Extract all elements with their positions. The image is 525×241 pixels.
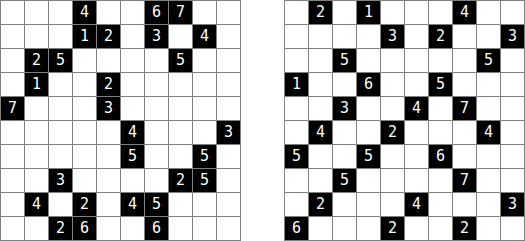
clue-cell-r9c4[interactable]: 2 (381, 217, 405, 241)
empty-cell-r4c1[interactable] (309, 97, 333, 121)
empty-cell-r0c4[interactable] (97, 1, 121, 25)
empty-cell-r6c2[interactable] (49, 145, 73, 169)
empty-cell-r4c9[interactable] (217, 97, 241, 121)
empty-cell-r6c2[interactable] (333, 145, 357, 169)
clue-cell-r3c4[interactable]: 2 (97, 73, 121, 97)
empty-cell-r6c1[interactable] (25, 145, 49, 169)
empty-cell-r7c1[interactable] (25, 169, 49, 193)
clue-cell-r8c1[interactable]: 4 (25, 193, 49, 217)
clue-cell-r8c5[interactable]: 4 (121, 193, 145, 217)
empty-cell-r7c9[interactable] (217, 169, 241, 193)
empty-cell-r5c1[interactable] (25, 121, 49, 145)
empty-cell-r5c2[interactable] (49, 121, 73, 145)
clue-cell-r4c4[interactable]: 3 (97, 97, 121, 121)
empty-cell-r7c1[interactable] (309, 169, 333, 193)
empty-cell-r2c4[interactable] (97, 49, 121, 73)
empty-cell-r5c8[interactable] (193, 121, 217, 145)
clue-cell-r8c1[interactable]: 2 (309, 193, 333, 217)
empty-cell-r8c9[interactable] (217, 193, 241, 217)
clue-cell-r1c4[interactable]: 2 (97, 25, 121, 49)
empty-cell-r4c3[interactable] (73, 97, 97, 121)
clue-cell-r5c5[interactable]: 4 (121, 121, 145, 145)
clue-cell-r9c3[interactable]: 6 (73, 217, 97, 241)
clue-cell-r0c7[interactable]: 7 (169, 1, 193, 25)
empty-cell-r9c1[interactable] (25, 217, 49, 241)
empty-cell-r0c8[interactable] (477, 1, 501, 25)
empty-cell-r2c3[interactable] (357, 49, 381, 73)
empty-cell-r6c1[interactable] (309, 145, 333, 169)
clue-cell-r7c7[interactable]: 2 (169, 169, 193, 193)
empty-cell-r4c7[interactable] (169, 97, 193, 121)
empty-cell-r9c9[interactable] (501, 217, 525, 241)
empty-cell-r8c6[interactable] (429, 193, 453, 217)
empty-cell-r0c1[interactable] (25, 1, 49, 25)
empty-cell-r3c2[interactable] (49, 73, 73, 97)
empty-cell-r2c7[interactable] (453, 49, 477, 73)
empty-cell-r7c8[interactable] (477, 169, 501, 193)
empty-cell-r4c8[interactable] (477, 97, 501, 121)
clue-cell-r7c2[interactable]: 5 (333, 169, 357, 193)
clue-cell-r2c1[interactable]: 2 (25, 49, 49, 73)
empty-cell-r9c2[interactable] (333, 217, 357, 241)
clue-cell-r3c1[interactable]: 1 (25, 73, 49, 97)
empty-cell-r9c6[interactable] (429, 217, 453, 241)
clue-cell-r2c2[interactable]: 5 (49, 49, 73, 73)
clue-cell-r4c5[interactable]: 4 (405, 97, 429, 121)
empty-cell-r9c9[interactable] (217, 217, 241, 241)
empty-cell-r1c2[interactable] (333, 25, 357, 49)
empty-cell-r3c7[interactable] (169, 73, 193, 97)
empty-cell-r2c0[interactable] (285, 49, 309, 73)
empty-cell-r3c9[interactable] (501, 73, 525, 97)
empty-cell-r3c8[interactable] (193, 73, 217, 97)
empty-cell-r2c9[interactable] (217, 49, 241, 73)
empty-cell-r1c0[interactable] (1, 25, 25, 49)
puzzle-page: 4671234255127343553254245266 21432355165… (0, 0, 525, 241)
empty-cell-r1c1[interactable] (25, 25, 49, 49)
empty-cell-r0c6[interactable] (429, 1, 453, 25)
clue-cell-r0c7[interactable]: 4 (453, 1, 477, 25)
empty-cell-r3c0[interactable] (1, 73, 25, 97)
empty-cell-r5c7[interactable] (453, 121, 477, 145)
clue-cell-r4c2[interactable]: 3 (333, 97, 357, 121)
empty-cell-r0c9[interactable] (217, 1, 241, 25)
empty-cell-r8c2[interactable] (333, 193, 357, 217)
clue-cell-r3c6[interactable]: 5 (429, 73, 453, 97)
empty-cell-r4c6[interactable] (429, 97, 453, 121)
clue-cell-r2c7[interactable]: 5 (169, 49, 193, 73)
empty-cell-r3c9[interactable] (217, 73, 241, 97)
empty-cell-r8c4[interactable] (97, 193, 121, 217)
empty-cell-r3c8[interactable] (477, 73, 501, 97)
clue-cell-r1c6[interactable]: 2 (429, 25, 453, 49)
empty-cell-r0c0[interactable] (285, 1, 309, 25)
puzzle-board-right: 2143235516534742455657243622 (284, 0, 525, 241)
clue-cell-r0c6[interactable]: 6 (145, 1, 169, 25)
clue-cell-r3c0[interactable]: 1 (285, 73, 309, 97)
empty-cell-r4c5[interactable] (121, 97, 145, 121)
empty-cell-r6c3[interactable] (73, 145, 97, 169)
clue-cell-r6c6[interactable]: 6 (429, 145, 453, 169)
empty-cell-r4c8[interactable] (193, 97, 217, 121)
empty-cell-r6c7[interactable] (453, 145, 477, 169)
empty-cell-r7c4[interactable] (97, 169, 121, 193)
empty-cell-r8c4[interactable] (381, 193, 405, 217)
empty-cell-r7c5[interactable] (405, 169, 429, 193)
empty-cell-r1c7[interactable] (453, 25, 477, 49)
clue-cell-r9c2[interactable]: 2 (49, 217, 73, 241)
empty-cell-r8c7[interactable] (169, 193, 193, 217)
empty-cell-r9c3[interactable] (357, 217, 381, 241)
empty-cell-r0c9[interactable] (501, 1, 525, 25)
empty-cell-r2c6[interactable] (429, 49, 453, 73)
empty-cell-r3c4[interactable] (381, 73, 405, 97)
empty-cell-r9c8[interactable] (477, 217, 501, 241)
empty-cell-r0c5[interactable] (405, 1, 429, 25)
empty-cell-r6c6[interactable] (145, 145, 169, 169)
empty-cell-r2c3[interactable] (73, 49, 97, 73)
empty-cell-r8c0[interactable] (285, 193, 309, 217)
empty-cell-r1c1[interactable] (309, 25, 333, 49)
empty-cell-r7c6[interactable] (429, 169, 453, 193)
empty-cell-r0c2[interactable] (49, 1, 73, 25)
empty-cell-r5c0[interactable] (285, 121, 309, 145)
clue-cell-r1c6[interactable]: 3 (145, 25, 169, 49)
empty-cell-r1c5[interactable] (121, 25, 145, 49)
empty-cell-r4c1[interactable] (25, 97, 49, 121)
clue-cell-r6c0[interactable]: 5 (285, 145, 309, 169)
clue-cell-r1c8[interactable]: 4 (193, 25, 217, 49)
clue-cell-r5c9[interactable]: 3 (217, 121, 241, 145)
empty-cell-r8c2[interactable] (49, 193, 73, 217)
clue-cell-r6c5[interactable]: 5 (121, 145, 145, 169)
clue-cell-r2c2[interactable]: 5 (333, 49, 357, 73)
clue-cell-r5c8[interactable]: 4 (477, 121, 501, 145)
empty-cell-r3c6[interactable] (145, 73, 169, 97)
empty-cell-r5c7[interactable] (169, 121, 193, 145)
empty-cell-r8c8[interactable] (477, 193, 501, 217)
empty-cell-r5c0[interactable] (1, 121, 25, 145)
empty-cell-r2c5[interactable] (121, 49, 145, 73)
empty-cell-r1c8[interactable] (477, 25, 501, 49)
empty-cell-r2c6[interactable] (145, 49, 169, 73)
empty-cell-r6c5[interactable] (405, 145, 429, 169)
empty-cell-r3c3[interactable] (73, 73, 97, 97)
empty-cell-r5c6[interactable] (145, 121, 169, 145)
empty-cell-r2c5[interactable] (405, 49, 429, 73)
clue-cell-r9c7[interactable]: 2 (453, 217, 477, 241)
empty-cell-r8c8[interactable] (193, 193, 217, 217)
empty-cell-r0c0[interactable] (1, 1, 25, 25)
empty-cell-r2c4[interactable] (381, 49, 405, 73)
clue-cell-r0c3[interactable]: 1 (357, 1, 381, 25)
clue-cell-r7c2[interactable]: 3 (49, 169, 73, 193)
empty-cell-r8c0[interactable] (1, 193, 25, 217)
empty-cell-r3c7[interactable] (453, 73, 477, 97)
empty-cell-r7c9[interactable] (501, 169, 525, 193)
empty-cell-r4c2[interactable] (49, 97, 73, 121)
clue-cell-r3c3[interactable]: 6 (357, 73, 381, 97)
empty-cell-r1c0[interactable] (285, 25, 309, 49)
empty-cell-r2c9[interactable] (501, 49, 525, 73)
clue-cell-r7c8[interactable]: 5 (193, 169, 217, 193)
empty-cell-r4c6[interactable] (145, 97, 169, 121)
empty-cell-r4c3[interactable] (357, 97, 381, 121)
clue-cell-r8c3[interactable]: 2 (73, 193, 97, 217)
clue-cell-r5c1[interactable]: 4 (309, 121, 333, 145)
empty-cell-r6c9[interactable] (501, 145, 525, 169)
empty-cell-r0c5[interactable] (121, 1, 145, 25)
empty-cell-r7c6[interactable] (145, 169, 169, 193)
clue-cell-r8c6[interactable]: 5 (145, 193, 169, 217)
clue-cell-r4c7[interactable]: 7 (453, 97, 477, 121)
empty-cell-r2c0[interactable] (1, 49, 25, 73)
empty-cell-r5c4[interactable] (97, 121, 121, 145)
empty-cell-r9c7[interactable] (169, 217, 193, 241)
clue-cell-r6c3[interactable]: 5 (357, 145, 381, 169)
empty-cell-r3c1[interactable] (309, 73, 333, 97)
empty-cell-r4c0[interactable] (285, 97, 309, 121)
empty-cell-r0c4[interactable] (381, 1, 405, 25)
clue-cell-r6c8[interactable]: 5 (193, 145, 217, 169)
clue-cell-r2c8[interactable]: 5 (477, 49, 501, 73)
empty-cell-r9c5[interactable] (405, 217, 429, 241)
clue-cell-r0c1[interactable]: 2 (309, 1, 333, 25)
empty-cell-r7c3[interactable] (357, 169, 381, 193)
empty-cell-r0c8[interactable] (193, 1, 217, 25)
empty-cell-r5c5[interactable] (405, 121, 429, 145)
clue-cell-r1c3[interactable]: 1 (73, 25, 97, 49)
empty-cell-r6c7[interactable] (169, 145, 193, 169)
empty-cell-r5c9[interactable] (501, 121, 525, 145)
empty-cell-r6c8[interactable] (477, 145, 501, 169)
empty-cell-r5c2[interactable] (333, 121, 357, 145)
empty-cell-r9c0[interactable] (1, 217, 25, 241)
empty-cell-r5c3[interactable] (73, 121, 97, 145)
clue-cell-r9c6[interactable]: 6 (145, 217, 169, 241)
empty-cell-r9c1[interactable] (309, 217, 333, 241)
clue-cell-r5c4[interactable]: 2 (381, 121, 405, 145)
empty-cell-r8c3[interactable] (357, 193, 381, 217)
empty-cell-r5c3[interactable] (357, 121, 381, 145)
clue-cell-r1c4[interactable]: 3 (381, 25, 405, 49)
clue-cell-r8c5[interactable]: 4 (405, 193, 429, 217)
empty-cell-r3c5[interactable] (405, 73, 429, 97)
empty-cell-r1c9[interactable] (217, 25, 241, 49)
empty-cell-r4c9[interactable] (501, 97, 525, 121)
clue-cell-r9c0[interactable]: 6 (285, 217, 309, 241)
empty-cell-r8c7[interactable] (453, 193, 477, 217)
empty-cell-r6c4[interactable] (97, 145, 121, 169)
empty-cell-r7c5[interactable] (121, 169, 145, 193)
empty-cell-r3c5[interactable] (121, 73, 145, 97)
empty-cell-r7c0[interactable] (285, 169, 309, 193)
empty-cell-r4c4[interactable] (381, 97, 405, 121)
empty-cell-r1c5[interactable] (405, 25, 429, 49)
empty-cell-r7c4[interactable] (381, 169, 405, 193)
empty-cell-r6c4[interactable] (381, 145, 405, 169)
empty-cell-r1c2[interactable] (49, 25, 73, 49)
empty-cell-r9c8[interactable] (193, 217, 217, 241)
empty-cell-r1c3[interactable] (357, 25, 381, 49)
empty-cell-r2c1[interactable] (309, 49, 333, 73)
clue-cell-r1c9[interactable]: 3 (501, 25, 525, 49)
clue-cell-r8c9[interactable]: 3 (501, 193, 525, 217)
clue-cell-r7c7[interactable]: 7 (453, 169, 477, 193)
clue-cell-r4c0[interactable]: 7 (1, 97, 25, 121)
empty-cell-r9c4[interactable] (97, 217, 121, 241)
empty-cell-r3c2[interactable] (333, 73, 357, 97)
empty-cell-r1c7[interactable] (169, 25, 193, 49)
empty-cell-r5c6[interactable] (429, 121, 453, 145)
clue-cell-r0c3[interactable]: 4 (73, 1, 97, 25)
puzzle-board-left: 4671234255127343553254245266 (0, 0, 241, 241)
empty-cell-r0c2[interactable] (333, 1, 357, 25)
empty-cell-r2c8[interactable] (193, 49, 217, 73)
empty-cell-r7c3[interactable] (73, 169, 97, 193)
empty-cell-r7c0[interactable] (1, 169, 25, 193)
empty-cell-r6c0[interactable] (1, 145, 25, 169)
empty-cell-r9c5[interactable] (121, 217, 145, 241)
empty-cell-r6c9[interactable] (217, 145, 241, 169)
